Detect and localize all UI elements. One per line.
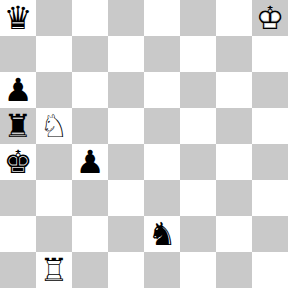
square-e6[interactable]	[144, 72, 180, 108]
square-d6[interactable]	[108, 72, 144, 108]
square-h7[interactable]	[252, 36, 288, 72]
square-g6[interactable]	[216, 72, 252, 108]
piece-fill-layer: ♚	[252, 0, 288, 36]
square-g1[interactable]	[216, 252, 252, 288]
square-d4[interactable]	[108, 144, 144, 180]
piece-fill-layer: ♞	[36, 108, 72, 144]
square-f6[interactable]	[180, 72, 216, 108]
square-d3[interactable]	[108, 180, 144, 216]
square-e7[interactable]	[144, 36, 180, 72]
square-c7[interactable]	[72, 36, 108, 72]
square-a6[interactable]: ♟	[0, 72, 36, 108]
square-h1[interactable]	[252, 252, 288, 288]
square-a2[interactable]	[0, 216, 36, 252]
square-e5[interactable]	[144, 108, 180, 144]
square-h3[interactable]	[252, 180, 288, 216]
piece-black-pawn-a6: ♟	[0, 72, 36, 108]
square-g3[interactable]	[216, 180, 252, 216]
square-f1[interactable]	[180, 252, 216, 288]
square-h4[interactable]	[252, 144, 288, 180]
square-c3[interactable]	[72, 180, 108, 216]
square-a7[interactable]	[0, 36, 36, 72]
piece-black-pawn-c4: ♟	[72, 144, 108, 180]
square-b7[interactable]	[36, 36, 72, 72]
square-d5[interactable]	[108, 108, 144, 144]
square-h2[interactable]	[252, 216, 288, 252]
square-a4[interactable]: ♚	[0, 144, 36, 180]
square-g2[interactable]	[216, 216, 252, 252]
square-b6[interactable]	[36, 72, 72, 108]
square-b3[interactable]	[36, 180, 72, 216]
square-c6[interactable]	[72, 72, 108, 108]
square-d7[interactable]	[108, 36, 144, 72]
square-f5[interactable]	[180, 108, 216, 144]
square-b1[interactable]: ♜♖	[36, 252, 72, 288]
square-e1[interactable]	[144, 252, 180, 288]
square-d8[interactable]	[108, 0, 144, 36]
square-f2[interactable]	[180, 216, 216, 252]
square-g5[interactable]	[216, 108, 252, 144]
square-g8[interactable]	[216, 0, 252, 36]
piece-black-rook-a5: ♜	[0, 108, 36, 144]
square-h8[interactable]: ♚♔	[252, 0, 288, 36]
square-a5[interactable]: ♜	[0, 108, 36, 144]
piece-fill-layer: ♜	[36, 252, 72, 288]
piece-white-rook-b1: ♖	[36, 252, 72, 288]
square-f8[interactable]	[180, 0, 216, 36]
square-b2[interactable]	[36, 216, 72, 252]
square-h6[interactable]	[252, 72, 288, 108]
square-g7[interactable]	[216, 36, 252, 72]
square-a8[interactable]: ♛	[0, 0, 36, 36]
square-h5[interactable]	[252, 108, 288, 144]
square-b4[interactable]	[36, 144, 72, 180]
square-e2[interactable]: ♞	[144, 216, 180, 252]
square-c1[interactable]	[72, 252, 108, 288]
square-b5[interactable]: ♞♘	[36, 108, 72, 144]
square-g4[interactable]	[216, 144, 252, 180]
square-f7[interactable]	[180, 36, 216, 72]
square-c2[interactable]	[72, 216, 108, 252]
piece-black-queen-a8: ♛	[0, 0, 36, 36]
square-d1[interactable]	[108, 252, 144, 288]
square-a1[interactable]	[0, 252, 36, 288]
square-e3[interactable]	[144, 180, 180, 216]
square-f3[interactable]	[180, 180, 216, 216]
square-d2[interactable]	[108, 216, 144, 252]
chess-board: ♛♚♔♟♜♞♘♚♟♞♜♖	[0, 0, 288, 288]
square-b8[interactable]	[36, 0, 72, 36]
square-c4[interactable]: ♟	[72, 144, 108, 180]
square-c8[interactable]	[72, 0, 108, 36]
piece-white-knight-b5: ♘	[36, 108, 72, 144]
piece-black-king-a4: ♚	[0, 144, 36, 180]
piece-black-knight-e2: ♞	[144, 216, 180, 252]
piece-white-king-h8: ♔	[252, 0, 288, 36]
square-c5[interactable]	[72, 108, 108, 144]
square-a3[interactable]	[0, 180, 36, 216]
square-f4[interactable]	[180, 144, 216, 180]
square-e8[interactable]	[144, 0, 180, 36]
square-e4[interactable]	[144, 144, 180, 180]
